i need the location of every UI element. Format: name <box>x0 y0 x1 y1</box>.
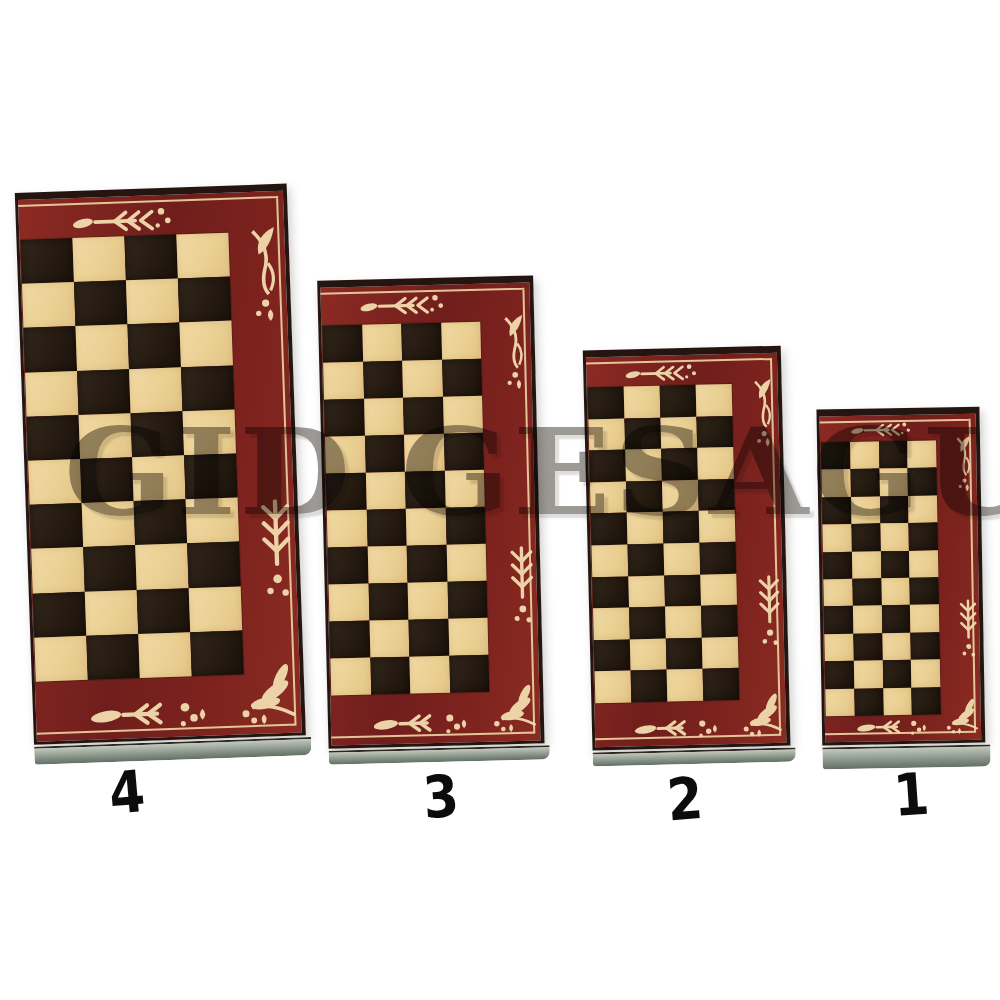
dark-square <box>912 687 941 715</box>
bottom-border-sprig-ornament <box>631 715 721 742</box>
right-border-laurel-ornament <box>756 567 783 653</box>
dark-square <box>449 655 489 693</box>
light-square <box>323 362 363 400</box>
bottom-right-corner-ornament <box>942 689 980 739</box>
dark-square <box>594 639 631 671</box>
light-square <box>22 282 76 328</box>
dark-square <box>703 668 740 700</box>
bottom-right-corner-ornament <box>738 682 785 742</box>
light-square <box>628 575 665 607</box>
size-label-4: 4 <box>106 762 146 823</box>
dark-square <box>190 630 244 676</box>
dark-square <box>33 591 87 637</box>
size-label-1: 1 <box>892 765 931 825</box>
dark-square <box>882 660 911 688</box>
dark-square <box>24 326 78 372</box>
light-square <box>31 547 85 593</box>
dark-square <box>629 607 666 639</box>
dark-square <box>408 619 448 657</box>
dark-square <box>83 545 137 591</box>
light-square <box>362 324 402 362</box>
watermark-text: GID GESAGUI <box>64 412 1000 532</box>
light-square <box>441 322 481 360</box>
dark-square <box>627 544 664 576</box>
light-square <box>409 656 449 694</box>
dark-square <box>701 605 738 637</box>
light-square <box>702 637 739 669</box>
dark-square <box>823 551 852 579</box>
dark-square <box>20 238 74 284</box>
light-square <box>138 632 192 678</box>
dark-square <box>911 632 940 660</box>
light-square <box>592 544 629 576</box>
light-square <box>663 543 700 575</box>
dark-square <box>854 688 883 716</box>
bottom-right-corner-ornament <box>488 669 540 739</box>
light-square <box>852 551 881 579</box>
dark-square <box>187 542 241 588</box>
light-square <box>882 633 911 661</box>
light-square <box>881 578 910 606</box>
light-square <box>34 636 88 682</box>
dark-square <box>370 657 410 695</box>
top-right-corner-ornament <box>497 288 531 417</box>
light-square <box>700 573 737 605</box>
folding-boards-product-photo: 4 3 2 <box>0 0 1000 1000</box>
dark-square <box>363 361 403 399</box>
light-square <box>330 658 370 696</box>
bottom-border-sprig-ornament <box>854 716 928 738</box>
dark-square <box>853 633 882 661</box>
dark-square <box>124 234 178 280</box>
dark-square <box>328 547 368 585</box>
dark-square <box>74 280 128 326</box>
light-square <box>630 638 667 670</box>
right-border-laurel-ornament <box>507 534 537 635</box>
light-square <box>329 584 369 622</box>
light-square <box>854 661 883 689</box>
bottom-border-sprig-ornament <box>86 695 212 734</box>
size-label-2: 2 <box>665 769 705 830</box>
dark-square <box>368 583 408 621</box>
dark-square <box>442 359 482 397</box>
light-square <box>595 671 632 703</box>
dark-square <box>666 638 703 670</box>
dark-square <box>910 577 939 605</box>
light-square <box>408 582 448 620</box>
dark-square <box>825 661 854 689</box>
dark-square <box>137 588 191 634</box>
light-square <box>85 590 139 636</box>
bottom-border-sprig-ornament <box>370 708 469 740</box>
light-square <box>665 606 702 638</box>
light-square <box>883 687 912 715</box>
light-square <box>911 660 940 688</box>
light-square <box>853 606 882 634</box>
light-square <box>189 586 243 632</box>
light-square <box>367 546 407 584</box>
dark-square <box>664 574 701 606</box>
light-square <box>446 544 486 582</box>
light-square <box>448 618 488 656</box>
right-border-laurel-ornament <box>957 593 979 665</box>
dark-square <box>881 605 910 633</box>
dark-square <box>699 542 736 574</box>
light-square <box>667 669 704 701</box>
size-label-3: 3 <box>421 767 461 828</box>
dark-square <box>880 550 909 578</box>
dark-square <box>407 545 447 583</box>
top-border-sprig-ornament <box>613 359 709 385</box>
dark-square <box>127 323 181 369</box>
dark-square <box>401 323 441 361</box>
dark-square <box>322 325 362 363</box>
light-square <box>910 605 939 633</box>
dark-square <box>178 277 232 323</box>
light-square <box>72 236 126 282</box>
light-square <box>824 634 853 662</box>
dark-square <box>592 576 629 608</box>
dark-square <box>447 581 487 619</box>
dark-square <box>852 578 881 606</box>
light-square <box>179 321 233 367</box>
top-border-sprig-ornament <box>55 201 189 239</box>
dark-square <box>631 670 668 702</box>
board-bottom-edge <box>329 745 550 764</box>
dark-square <box>329 621 369 659</box>
dark-square <box>824 606 853 634</box>
top-border-sprig-ornament <box>350 290 455 321</box>
light-square <box>402 360 442 398</box>
top-right-corner-ornament <box>242 197 287 350</box>
bottom-right-corner-ornament <box>234 648 300 731</box>
light-square <box>75 325 129 371</box>
light-square <box>825 688 854 716</box>
dark-square <box>86 634 140 680</box>
light-square <box>176 233 230 279</box>
light-square <box>823 579 852 607</box>
light-square <box>369 620 409 658</box>
light-square <box>909 550 938 578</box>
light-square <box>126 279 180 325</box>
light-square <box>593 608 630 640</box>
light-square <box>135 544 189 590</box>
